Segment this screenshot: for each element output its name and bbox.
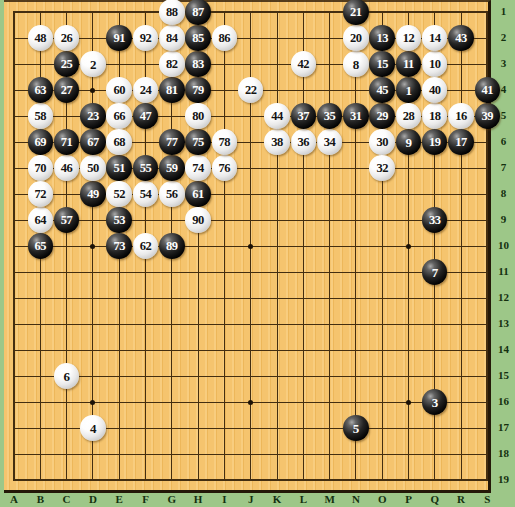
- stone-black-H1[interactable]: 87: [185, 0, 211, 25]
- stone-black-P6[interactable]: 9: [396, 129, 422, 155]
- stone-black-E9[interactable]: 53: [106, 207, 132, 233]
- stone-white-F4[interactable]: 24: [133, 77, 159, 103]
- stone-black-H8[interactable]: 61: [185, 181, 211, 207]
- stone-black-S5[interactable]: 39: [475, 103, 501, 129]
- col-label-S: S: [478, 493, 496, 507]
- stone-white-H7[interactable]: 74: [185, 155, 211, 181]
- col-label-R: R: [452, 493, 470, 507]
- stone-black-C9[interactable]: 57: [54, 207, 80, 233]
- col-label-M: M: [321, 493, 339, 507]
- stone-white-N2[interactable]: 20: [343, 25, 369, 51]
- stone-white-E8[interactable]: 52: [106, 181, 132, 207]
- stone-white-I6[interactable]: 78: [212, 129, 238, 155]
- stone-black-P3[interactable]: 11: [396, 51, 422, 77]
- stone-white-K5[interactable]: 44: [264, 103, 290, 129]
- stone-black-B6[interactable]: 69: [28, 129, 54, 155]
- stone-black-C3[interactable]: 25: [54, 51, 80, 77]
- stone-white-I7[interactable]: 76: [212, 155, 238, 181]
- stone-white-B9[interactable]: 64: [28, 207, 54, 233]
- stone-white-H9[interactable]: 90: [185, 207, 211, 233]
- stone-white-L6[interactable]: 36: [291, 129, 317, 155]
- stone-black-M5[interactable]: 35: [317, 103, 343, 129]
- stone-black-R2[interactable]: 43: [448, 25, 474, 51]
- stone-black-E7[interactable]: 51: [106, 155, 132, 181]
- stone-white-Q2[interactable]: 14: [422, 25, 448, 51]
- stone-black-H2[interactable]: 85: [185, 25, 211, 51]
- stone-black-N17[interactable]: 5: [343, 415, 369, 441]
- stone-white-K6[interactable]: 38: [264, 129, 290, 155]
- stone-white-I2[interactable]: 86: [212, 25, 238, 51]
- stone-black-G7[interactable]: 59: [159, 155, 185, 181]
- stone-black-P4[interactable]: 1: [396, 77, 422, 103]
- stone-white-Q3[interactable]: 10: [422, 51, 448, 77]
- stone-black-G4[interactable]: 81: [159, 77, 185, 103]
- col-label-C: C: [58, 493, 76, 507]
- stone-black-N5[interactable]: 31: [343, 103, 369, 129]
- stone-black-R6[interactable]: 17: [448, 129, 474, 155]
- stone-white-D17[interactable]: 4: [80, 415, 106, 441]
- col-label-K: K: [268, 493, 286, 507]
- col-label-H: H: [189, 493, 207, 507]
- stone-black-S4[interactable]: 41: [475, 77, 501, 103]
- stone-black-Q11[interactable]: 7: [422, 259, 448, 285]
- stone-black-C6[interactable]: 71: [54, 129, 80, 155]
- stone-black-H3[interactable]: 83: [185, 51, 211, 77]
- stone-black-C4[interactable]: 27: [54, 77, 80, 103]
- stone-white-G8[interactable]: 56: [159, 181, 185, 207]
- stone-black-F7[interactable]: 55: [133, 155, 159, 181]
- stone-black-O3[interactable]: 15: [369, 51, 395, 77]
- stone-white-E5[interactable]: 66: [106, 103, 132, 129]
- stone-white-E6[interactable]: 68: [106, 129, 132, 155]
- stone-black-B10[interactable]: 65: [28, 233, 54, 259]
- stone-black-Q6[interactable]: 19: [422, 129, 448, 155]
- col-label-L: L: [294, 493, 312, 507]
- stone-black-H4[interactable]: 79: [185, 77, 211, 103]
- stone-black-G6[interactable]: 77: [159, 129, 185, 155]
- stone-white-R5[interactable]: 16: [448, 103, 474, 129]
- col-label-N: N: [347, 493, 365, 507]
- stone-white-C7[interactable]: 46: [54, 155, 80, 181]
- stone-black-D8[interactable]: 49: [80, 181, 106, 207]
- stone-white-P2[interactable]: 12: [396, 25, 422, 51]
- col-label-E: E: [110, 493, 128, 507]
- stone-white-G3[interactable]: 82: [159, 51, 185, 77]
- col-label-P: P: [400, 493, 418, 507]
- stone-white-C2[interactable]: 26: [54, 25, 80, 51]
- stone-white-O6[interactable]: 30: [369, 129, 395, 155]
- stone-black-Q9[interactable]: 33: [422, 207, 448, 233]
- stone-white-Q4[interactable]: 40: [422, 77, 448, 103]
- stone-white-G1[interactable]: 88: [159, 0, 185, 25]
- stone-white-D3[interactable]: 2: [80, 51, 106, 77]
- stone-white-N3[interactable]: 8: [343, 51, 369, 77]
- col-label-B: B: [31, 493, 49, 507]
- stone-white-H5[interactable]: 80: [185, 103, 211, 129]
- stone-white-B2[interactable]: 48: [28, 25, 54, 51]
- stone-black-G10[interactable]: 89: [159, 233, 185, 259]
- stone-black-E2[interactable]: 91: [106, 25, 132, 51]
- stone-white-F8[interactable]: 54: [133, 181, 159, 207]
- stone-black-L5[interactable]: 37: [291, 103, 317, 129]
- stone-white-G2[interactable]: 84: [159, 25, 185, 51]
- stone-black-H6[interactable]: 75: [185, 129, 211, 155]
- stone-black-O5[interactable]: 29: [369, 103, 395, 129]
- stone-white-B5[interactable]: 58: [28, 103, 54, 129]
- stone-black-E10[interactable]: 73: [106, 233, 132, 259]
- stone-white-L3[interactable]: 42: [291, 51, 317, 77]
- stone-white-Q5[interactable]: 18: [422, 103, 448, 129]
- stone-white-O7[interactable]: 32: [369, 155, 395, 181]
- col-label-A: A: [5, 493, 23, 507]
- go-kifu-screen: 1234567891011121314151617181920212223242…: [0, 0, 515, 507]
- stone-white-F2[interactable]: 92: [133, 25, 159, 51]
- stone-white-B7[interactable]: 70: [28, 155, 54, 181]
- stone-white-E4[interactable]: 60: [106, 77, 132, 103]
- col-label-I: I: [215, 493, 233, 507]
- stone-black-D5[interactable]: 23: [80, 103, 106, 129]
- col-label-F: F: [137, 493, 155, 507]
- stone-black-B4[interactable]: 63: [28, 77, 54, 103]
- stone-black-Q16[interactable]: 3: [422, 389, 448, 415]
- stone-black-F5[interactable]: 47: [133, 103, 159, 129]
- col-label-J: J: [242, 493, 260, 507]
- stone-black-D6[interactable]: 67: [80, 129, 106, 155]
- stone-white-J4[interactable]: 22: [238, 77, 264, 103]
- stone-white-C15[interactable]: 6: [54, 363, 80, 389]
- stone-white-D7[interactable]: 50: [80, 155, 106, 181]
- stone-white-P5[interactable]: 28: [396, 103, 422, 129]
- col-label-G: G: [163, 493, 181, 507]
- stone-white-M6[interactable]: 34: [317, 129, 343, 155]
- stone-black-O4[interactable]: 45: [369, 77, 395, 103]
- stone-black-O2[interactable]: 13: [369, 25, 395, 51]
- stone-white-F10[interactable]: 62: [133, 233, 159, 259]
- col-label-O: O: [373, 493, 391, 507]
- stone-black-N1[interactable]: 21: [343, 0, 369, 25]
- col-label-Q: Q: [426, 493, 444, 507]
- col-label-D: D: [84, 493, 102, 507]
- stone-white-B8[interactable]: 72: [28, 181, 54, 207]
- stones-grid[interactable]: 1234567891011121314151617181920212223242…: [1, 0, 501, 493]
